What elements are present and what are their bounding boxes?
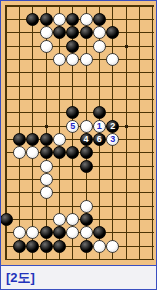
black-stone-c7r3 bbox=[80, 26, 93, 39]
white-stone-c5r11 bbox=[53, 133, 66, 146]
white-stone-c4r3 bbox=[40, 26, 53, 39]
black-stone-c8r2 bbox=[93, 13, 106, 26]
go-board: 512463 bbox=[1, 1, 156, 266]
black-stone-c7r19 bbox=[80, 240, 93, 253]
black-stone-c6r3 bbox=[66, 26, 79, 39]
grid-hline bbox=[5, 46, 154, 47]
black-stone-c6r12 bbox=[66, 146, 79, 159]
grid-hline bbox=[5, 112, 154, 113]
black-stone-c7r12 bbox=[80, 146, 93, 159]
move-number: 1 bbox=[97, 122, 102, 131]
move-number: 6 bbox=[97, 135, 102, 144]
black-stone-c4r19 bbox=[40, 240, 53, 253]
black-stone-c6r2 bbox=[66, 13, 79, 26]
white-stone-c6r17 bbox=[66, 213, 79, 226]
black-stone-c8r11: 6 bbox=[93, 133, 106, 146]
move-number: 2 bbox=[110, 122, 115, 131]
move-number: 4 bbox=[83, 135, 88, 144]
white-stone-c6r5 bbox=[66, 53, 79, 66]
grid-hline bbox=[5, 99, 154, 100]
black-stone-c7r17 bbox=[80, 213, 93, 226]
black-stone-c5r19 bbox=[53, 240, 66, 253]
white-stone-c7r18 bbox=[80, 226, 93, 239]
black-stone-c2r11 bbox=[13, 133, 26, 146]
grid-hline bbox=[5, 86, 154, 87]
grid-vline bbox=[152, 5, 153, 260]
black-stone-c7r13 bbox=[80, 160, 93, 173]
white-stone-c6r18 bbox=[66, 226, 79, 239]
white-stone-c4r14 bbox=[40, 173, 53, 186]
black-stone-c5r12 bbox=[53, 146, 66, 159]
black-stone-c8r18 bbox=[93, 226, 106, 239]
grid-hline bbox=[5, 259, 154, 260]
grid-hline bbox=[5, 179, 154, 180]
white-stone-c6r10: 5 bbox=[66, 120, 79, 133]
white-stone-c5r2 bbox=[53, 13, 66, 26]
star-point bbox=[125, 45, 128, 48]
white-stone-c2r18 bbox=[13, 226, 26, 239]
black-stone-c2r19 bbox=[13, 240, 26, 253]
white-stone-c8r3 bbox=[93, 26, 106, 39]
star-point bbox=[45, 125, 48, 128]
caption-bar: [2도] bbox=[1, 265, 156, 289]
white-stone-c9r19 bbox=[106, 240, 119, 253]
white-stone-c3r18 bbox=[26, 226, 39, 239]
white-stone-c4r4 bbox=[40, 40, 53, 53]
grid-vline bbox=[139, 5, 140, 260]
black-stone-c5r18 bbox=[53, 226, 66, 239]
white-stone-c7r16 bbox=[80, 200, 93, 213]
grid-hline bbox=[5, 5, 154, 7]
white-stone-c8r4 bbox=[93, 40, 106, 53]
grid-hline bbox=[5, 72, 154, 73]
move-number: 3 bbox=[110, 135, 115, 144]
white-stone-c3r12 bbox=[26, 146, 39, 159]
diagram-caption: [2도] bbox=[1, 269, 35, 287]
black-stone-c4r2 bbox=[40, 13, 53, 26]
black-stone-c8r9 bbox=[93, 106, 106, 119]
white-stone-c7r2 bbox=[80, 13, 93, 26]
white-stone-c8r10: 1 bbox=[93, 120, 106, 133]
diagram-frame: 512463 [2도] bbox=[0, 0, 157, 290]
black-stone-c3r2 bbox=[26, 13, 39, 26]
white-stone-c7r5 bbox=[80, 53, 93, 66]
black-stone-c3r11 bbox=[26, 133, 39, 146]
move-number: 5 bbox=[70, 122, 75, 131]
black-stone-c7r11: 4 bbox=[80, 133, 93, 146]
grid-vline bbox=[126, 5, 127, 260]
black-stone-c1r17 bbox=[0, 213, 13, 226]
grid-hline bbox=[5, 192, 154, 193]
black-stone-c5r3 bbox=[53, 26, 66, 39]
white-stone-c5r5 bbox=[53, 53, 66, 66]
black-stone-c9r3 bbox=[106, 26, 119, 39]
black-stone-c3r19 bbox=[26, 240, 39, 253]
white-stone-c4r13 bbox=[40, 160, 53, 173]
white-stone-c8r19 bbox=[93, 240, 106, 253]
white-stone-c4r15 bbox=[40, 186, 53, 199]
white-stone-c9r5 bbox=[106, 53, 119, 66]
black-stone-c6r9 bbox=[66, 106, 79, 119]
black-stone-c4r11 bbox=[40, 133, 53, 146]
star-point bbox=[125, 125, 128, 128]
white-stone-c5r17 bbox=[53, 213, 66, 226]
black-stone-c4r18 bbox=[40, 226, 53, 239]
white-stone-c9r11: 3 bbox=[106, 133, 119, 146]
black-stone-c4r12 bbox=[40, 146, 53, 159]
white-stone-c7r10 bbox=[80, 120, 93, 133]
black-stone-c6r4 bbox=[66, 40, 79, 53]
white-stone-c2r12 bbox=[13, 146, 26, 159]
black-stone-c9r10: 2 bbox=[106, 120, 119, 133]
